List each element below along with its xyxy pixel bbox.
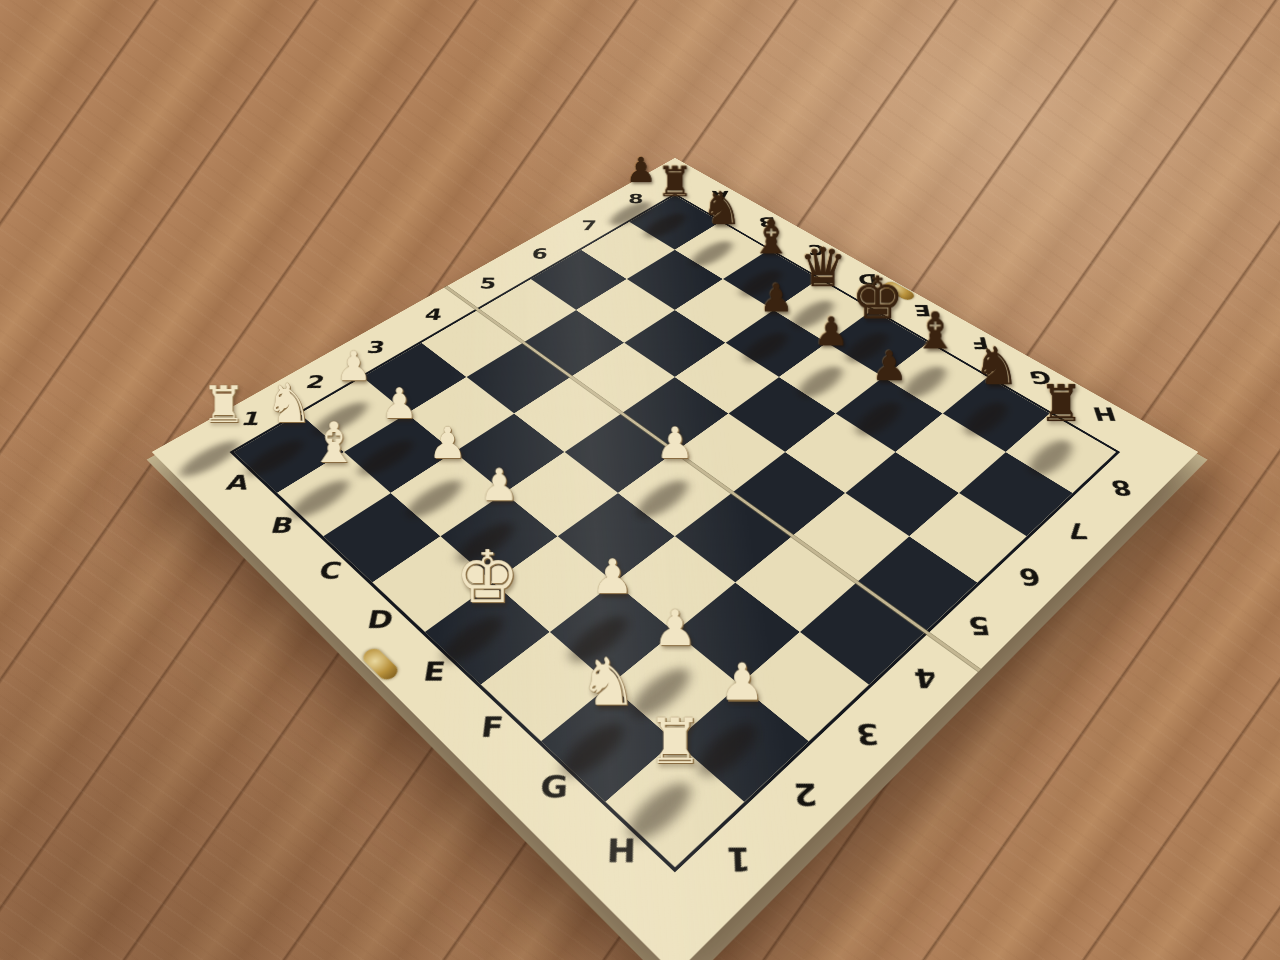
file-label-left-C-text: C <box>316 557 345 583</box>
file-label-left-D-text: D <box>365 605 397 633</box>
square-g5 <box>792 493 909 583</box>
file-label-left-F-text: F <box>479 710 506 742</box>
rank-label-bottom-1-text: 1 <box>724 840 751 878</box>
white-bishop-glyph: ♝ <box>277 394 390 493</box>
white-rook-glyph: ♜ <box>169 357 279 453</box>
white-pawn-glyph: ♟ <box>441 434 558 536</box>
white-rook-glyph: ♜ <box>606 681 745 802</box>
file-label-right-C-text: C <box>806 242 826 258</box>
white-king-glyph: ♚ <box>425 523 550 632</box>
file-label-right-B-text: B <box>757 214 776 229</box>
rank-label-top-5-text: 5 <box>478 275 498 292</box>
file-label-right-E-text: E <box>911 301 932 319</box>
rank-label-top-8-text: 8 <box>628 191 645 206</box>
white-pawn-glyph: ♟ <box>618 394 731 493</box>
file-label-right-A-text: A <box>711 188 729 203</box>
black-pawn-glyph: ♟ <box>836 320 943 413</box>
file-label-right-D-text: D <box>856 271 879 288</box>
rank-label-bottom-7-text: 7 <box>1062 518 1090 543</box>
photo-scene: AA11BB22CC33DD44EE55FF66GG77HH88♟♜♞♝♛♚♟♝… <box>0 0 1280 960</box>
rank-label-top-4-text: 4 <box>423 305 444 323</box>
rank-label-bottom-3-text: 3 <box>853 718 881 751</box>
rank-label-bottom-2-text: 2 <box>791 777 819 812</box>
file-label-left-H-text: H <box>606 832 638 869</box>
rank-label-top-6-text: 6 <box>531 245 550 261</box>
rank-label-bottom-6-text: 6 <box>1015 563 1043 590</box>
rank-label-top-7-text: 7 <box>580 218 598 233</box>
rank-label-bottom-5-text: 5 <box>964 611 992 639</box>
rank-label-bottom-4-text: 4 <box>911 663 939 693</box>
rank-label-bottom-8-text: 8 <box>1107 476 1135 499</box>
